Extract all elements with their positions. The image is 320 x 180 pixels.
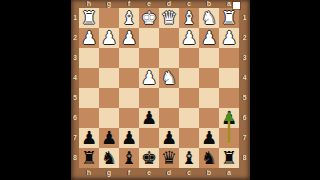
file-label-g: g bbox=[99, 168, 119, 180]
square-d1[interactable]: ♛ bbox=[159, 8, 179, 28]
square-f1[interactable]: ♝ bbox=[119, 8, 139, 28]
square-a5[interactable] bbox=[219, 88, 239, 108]
square-e1[interactable]: ♚ bbox=[139, 8, 159, 28]
square-g4[interactable] bbox=[99, 68, 119, 88]
piece-black-knight-b8[interactable]: ♞ bbox=[201, 148, 217, 168]
file-label-f: f bbox=[119, 168, 139, 180]
square-h4[interactable] bbox=[79, 68, 99, 88]
square-d7[interactable]: ♟ bbox=[159, 128, 179, 148]
file-label-d: d bbox=[159, 168, 179, 180]
square-f8[interactable]: ♝ bbox=[119, 148, 139, 168]
square-f7[interactable]: ♟ bbox=[119, 128, 139, 148]
square-g7[interactable]: ♟ bbox=[99, 128, 119, 148]
square-c4[interactable] bbox=[179, 68, 199, 88]
square-c5[interactable] bbox=[179, 88, 199, 108]
square-e5[interactable] bbox=[139, 88, 159, 108]
rank-label-3: 3 bbox=[71, 48, 79, 68]
piece-white-pawn-b2[interactable]: ♟ bbox=[201, 28, 217, 48]
piece-black-pawn-b7[interactable]: ♟ bbox=[201, 128, 217, 148]
rank-label-2: 2 bbox=[239, 28, 250, 48]
square-h6[interactable] bbox=[79, 108, 99, 128]
square-e8[interactable]: ♚ bbox=[139, 148, 159, 168]
rank-label-1: 1 bbox=[71, 8, 79, 28]
piece-white-rook-a1[interactable]: ♜ bbox=[221, 8, 237, 28]
piece-white-queen-d1[interactable]: ♛ bbox=[161, 8, 177, 28]
square-h2[interactable]: ♟ bbox=[79, 28, 99, 48]
square-h3[interactable] bbox=[79, 48, 99, 68]
rank-label-7: 7 bbox=[239, 128, 250, 148]
square-a8[interactable]: ♜ bbox=[219, 148, 239, 168]
square-d8[interactable]: ♛ bbox=[159, 148, 179, 168]
piece-black-bishop-c8[interactable]: ♝ bbox=[181, 148, 197, 168]
piece-white-king-e1[interactable]: ♚ bbox=[141, 8, 157, 28]
piece-white-rook-h1[interactable]: ♜ bbox=[81, 8, 97, 28]
rank-label-8: 8 bbox=[239, 148, 250, 168]
file-label-b: b bbox=[199, 168, 219, 180]
square-a7[interactable] bbox=[219, 128, 239, 148]
piece-black-queen-d8[interactable]: ♛ bbox=[161, 148, 177, 168]
square-g5[interactable] bbox=[99, 88, 119, 108]
rank-label-4: 4 bbox=[239, 68, 250, 88]
square-c8[interactable]: ♝ bbox=[179, 148, 199, 168]
square-e6[interactable]: ♟ bbox=[139, 108, 159, 128]
piece-white-knight-b1[interactable]: ♞ bbox=[201, 8, 217, 28]
rank-labels-right: 12345678 bbox=[239, 8, 250, 168]
square-b2[interactable]: ♟ bbox=[199, 28, 219, 48]
rank-label-1: 1 bbox=[239, 8, 250, 28]
square-d5[interactable] bbox=[159, 88, 179, 108]
square-b6[interactable] bbox=[199, 108, 219, 128]
square-d3[interactable] bbox=[159, 48, 179, 68]
piece-black-bishop-f8[interactable]: ♝ bbox=[121, 148, 137, 168]
square-c3[interactable] bbox=[179, 48, 199, 68]
piece-black-pawn-e6[interactable]: ♟ bbox=[141, 108, 157, 128]
square-d6[interactable] bbox=[159, 108, 179, 128]
file-label-h: h bbox=[79, 168, 99, 180]
square-g2[interactable]: ♟ bbox=[99, 28, 119, 48]
square-a6[interactable]: ♟ bbox=[219, 108, 239, 128]
square-d2[interactable] bbox=[159, 28, 179, 48]
square-e2[interactable] bbox=[139, 28, 159, 48]
square-g8[interactable]: ♞ bbox=[99, 148, 119, 168]
square-a3[interactable] bbox=[219, 48, 239, 68]
piece-white-knight-d4[interactable]: ♞ bbox=[161, 68, 177, 88]
piece-white-pawn-e4[interactable]: ♟ bbox=[141, 68, 157, 88]
rank-label-6: 6 bbox=[71, 108, 79, 128]
square-g3[interactable] bbox=[99, 48, 119, 68]
square-c2[interactable]: ♟ bbox=[179, 28, 199, 48]
piece-white-pawn-c2[interactable]: ♟ bbox=[181, 28, 197, 48]
square-d4[interactable]: ♞ bbox=[159, 68, 179, 88]
square-c7[interactable] bbox=[179, 128, 199, 148]
file-label-g: g bbox=[99, 0, 119, 8]
piece-black-pawn-h7[interactable]: ♟ bbox=[81, 128, 97, 148]
square-b7[interactable]: ♟ bbox=[199, 128, 219, 148]
piece-white-bishop-c1[interactable]: ♝ bbox=[181, 8, 197, 28]
square-b1[interactable]: ♞ bbox=[199, 8, 219, 28]
rank-label-4: 4 bbox=[71, 68, 79, 88]
piece-black-knight-g8[interactable]: ♞ bbox=[101, 148, 117, 168]
square-f2[interactable]: ♟ bbox=[119, 28, 139, 48]
rank-label-2: 2 bbox=[71, 28, 79, 48]
piece-black-rook-h8[interactable]: ♜ bbox=[81, 148, 97, 168]
rank-label-8: 8 bbox=[71, 148, 79, 168]
rank-label-5: 5 bbox=[239, 88, 250, 108]
file-label-a: a bbox=[219, 168, 239, 180]
square-e3[interactable] bbox=[139, 48, 159, 68]
square-g6[interactable] bbox=[99, 108, 119, 128]
square-h7[interactable]: ♟ bbox=[79, 128, 99, 148]
rank-label-6: 6 bbox=[239, 108, 250, 128]
square-f3[interactable] bbox=[119, 48, 139, 68]
piece-black-pawn-a6[interactable]: ♟ bbox=[221, 108, 237, 128]
piece-black-king-e8[interactable]: ♚ bbox=[141, 148, 157, 168]
square-a1[interactable]: ♜ bbox=[219, 8, 239, 28]
square-g1[interactable] bbox=[99, 8, 119, 28]
square-e7[interactable] bbox=[139, 128, 159, 148]
file-label-c: c bbox=[179, 168, 199, 180]
square-f5[interactable] bbox=[119, 88, 139, 108]
square-h8[interactable]: ♜ bbox=[79, 148, 99, 168]
video-frame: hgfedcba 12345678 12345678 hgfedcba ♜♝♚♛… bbox=[0, 0, 320, 180]
piece-black-pawn-f7[interactable]: ♟ bbox=[121, 128, 137, 148]
square-f6[interactable] bbox=[119, 108, 139, 128]
piece-white-bishop-f1[interactable]: ♝ bbox=[121, 8, 137, 28]
square-b4[interactable] bbox=[199, 68, 219, 88]
piece-black-rook-a8[interactable]: ♜ bbox=[221, 148, 237, 168]
square-f4[interactable] bbox=[119, 68, 139, 88]
square-a2[interactable]: ♟ bbox=[219, 28, 239, 48]
piece-white-pawn-g2[interactable]: ♟ bbox=[101, 28, 117, 48]
rank-label-3: 3 bbox=[239, 48, 250, 68]
piece-white-pawn-f2[interactable]: ♟ bbox=[121, 28, 137, 48]
square-c1[interactable]: ♝ bbox=[179, 8, 199, 28]
square-b8[interactable]: ♞ bbox=[199, 148, 219, 168]
rank-labels-left: 12345678 bbox=[71, 8, 79, 168]
square-a4[interactable] bbox=[219, 68, 239, 88]
file-label-e: e bbox=[139, 168, 159, 180]
chess-board: hgfedcba 12345678 12345678 hgfedcba ♜♝♚♛… bbox=[71, 0, 250, 180]
square-e4[interactable]: ♟ bbox=[139, 68, 159, 88]
square-c6[interactable] bbox=[179, 108, 199, 128]
square-b3[interactable] bbox=[199, 48, 219, 68]
square-b5[interactable] bbox=[199, 88, 219, 108]
rank-label-7: 7 bbox=[71, 128, 79, 148]
piece-black-pawn-d7[interactable]: ♟ bbox=[161, 128, 177, 148]
piece-black-pawn-g7[interactable]: ♟ bbox=[101, 128, 117, 148]
file-labels-bottom: hgfedcba bbox=[79, 168, 239, 180]
board-grid: ♜♝♚♛♝♞♜♟♟♟♟♟♟♟♞♟♟♟♟♟♟♟♜♞♝♚♛♝♞♜ bbox=[79, 8, 239, 168]
rank-label-5: 5 bbox=[71, 88, 79, 108]
square-h1[interactable]: ♜ bbox=[79, 8, 99, 28]
square-h5[interactable] bbox=[79, 88, 99, 108]
white-to-move-indicator bbox=[233, 2, 240, 9]
piece-white-pawn-h2[interactable]: ♟ bbox=[81, 28, 97, 48]
piece-white-pawn-a2[interactable]: ♟ bbox=[221, 28, 237, 48]
